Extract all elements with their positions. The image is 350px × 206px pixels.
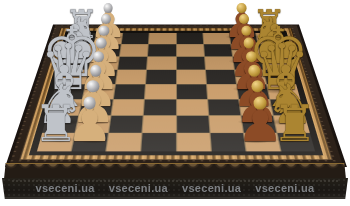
square — [149, 33, 175, 44]
chess-set-product-photo: vseceni.ua vseceni.ua vseceni.ua vseceni… — [0, 0, 350, 206]
square — [177, 84, 207, 99]
black-rook: ♜ — [272, 98, 317, 148]
leather-box-side: vseceni.ua vseceni.ua vseceni.ua vseceni… — [2, 178, 348, 199]
square — [176, 33, 202, 44]
carved-scallop-border — [4, 163, 346, 179]
watermark: vseceni.ua — [35, 182, 94, 194]
square — [148, 44, 175, 56]
square — [177, 116, 209, 133]
square — [142, 133, 176, 151]
square — [145, 84, 175, 99]
silver-ball-top — [83, 97, 96, 110]
square — [176, 57, 204, 70]
watermark-row: vseceni.ua vseceni.ua vseceni.ua vseceni… — [2, 182, 348, 194]
square — [177, 99, 208, 115]
white-pawn: ♟ — [66, 96, 113, 148]
square — [146, 70, 175, 84]
watermark: vseceni.ua — [182, 182, 241, 194]
square — [147, 57, 175, 70]
watermark: vseceni.ua — [109, 182, 168, 194]
square — [176, 70, 205, 84]
square — [143, 116, 175, 133]
gold-ball-top — [254, 97, 267, 110]
square — [177, 133, 211, 151]
square — [144, 99, 175, 115]
square — [176, 44, 203, 56]
watermark: vseceni.ua — [255, 182, 314, 194]
